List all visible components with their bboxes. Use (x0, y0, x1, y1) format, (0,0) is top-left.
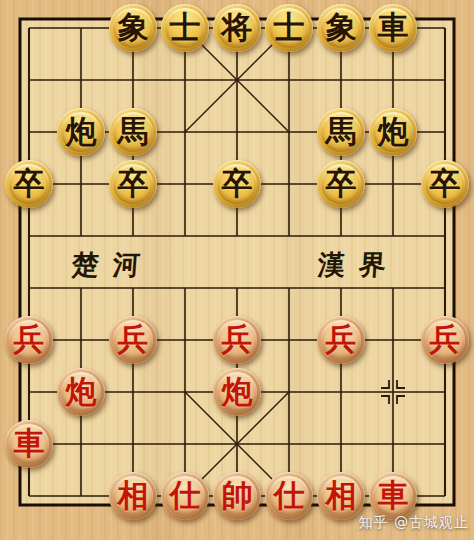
red-chariot[interactable]: 車 (5, 420, 53, 468)
black-soldier[interactable]: 卒 (213, 160, 261, 208)
black-soldier-glyph: 卒 (222, 168, 253, 199)
red-soldier-glyph: 兵 (118, 324, 149, 355)
black-soldier[interactable]: 卒 (317, 160, 365, 208)
black-elephant-glyph: 象 (118, 12, 149, 43)
black-elephant[interactable]: 象 (109, 4, 157, 52)
black-soldier[interactable]: 卒 (109, 160, 157, 208)
black-cannon[interactable]: 炮 (369, 108, 417, 156)
black-elephant[interactable]: 象 (317, 4, 365, 52)
red-cannon[interactable]: 炮 (213, 368, 261, 416)
black-cannon-glyph: 炮 (66, 116, 97, 147)
red-cannon[interactable]: 炮 (57, 368, 105, 416)
black-soldier-glyph: 卒 (430, 168, 461, 199)
black-advisor[interactable]: 士 (265, 4, 313, 52)
red-cannon-glyph: 炮 (222, 376, 253, 407)
red-chariot-glyph: 車 (14, 428, 45, 459)
black-soldier-glyph: 卒 (118, 168, 149, 199)
red-advisor[interactable]: 仕 (161, 472, 209, 520)
red-elephant[interactable]: 相 (317, 472, 365, 520)
red-soldier[interactable]: 兵 (5, 316, 53, 364)
red-soldier[interactable]: 兵 (421, 316, 469, 364)
red-soldier-glyph: 兵 (14, 324, 45, 355)
black-horse[interactable]: 馬 (317, 108, 365, 156)
black-cannon-glyph: 炮 (378, 116, 409, 147)
black-advisor-glyph: 士 (274, 12, 305, 43)
red-cannon-glyph: 炮 (66, 376, 97, 407)
red-advisor[interactable]: 仕 (265, 472, 313, 520)
red-elephant-glyph: 相 (326, 480, 357, 511)
red-soldier[interactable]: 兵 (109, 316, 157, 364)
black-general[interactable]: 将 (213, 4, 261, 52)
watermark: 知乎 @古城观止 (359, 514, 469, 532)
black-chariot-glyph: 車 (378, 12, 409, 43)
black-soldier[interactable]: 卒 (5, 160, 53, 208)
red-soldier-glyph: 兵 (326, 324, 357, 355)
red-chariot-glyph: 車 (378, 480, 409, 511)
red-elephant-glyph: 相 (118, 480, 149, 511)
red-advisor-glyph: 仕 (170, 480, 201, 511)
xiangqi-board: 楚河 漢界 象士将士象車炮馬馬炮卒卒卒卒卒兵兵兵兵兵炮炮車相仕帥仕相車 知乎 @… (0, 0, 474, 540)
black-advisor[interactable]: 士 (161, 4, 209, 52)
black-horse-glyph: 馬 (118, 116, 149, 147)
red-general[interactable]: 帥 (213, 472, 261, 520)
black-general-glyph: 将 (222, 12, 253, 43)
red-soldier[interactable]: 兵 (213, 316, 261, 364)
red-general-glyph: 帥 (222, 480, 253, 511)
black-soldier-glyph: 卒 (326, 168, 357, 199)
red-elephant[interactable]: 相 (109, 472, 157, 520)
red-soldier-glyph: 兵 (430, 324, 461, 355)
black-advisor-glyph: 士 (170, 12, 201, 43)
black-soldier[interactable]: 卒 (421, 160, 469, 208)
red-advisor-glyph: 仕 (274, 480, 305, 511)
black-horse-glyph: 馬 (326, 116, 357, 147)
red-soldier-glyph: 兵 (222, 324, 253, 355)
pieces-layer: 象士将士象車炮馬馬炮卒卒卒卒卒兵兵兵兵兵炮炮車相仕帥仕相車 (3, 2, 471, 522)
red-chariot[interactable]: 車 (369, 472, 417, 520)
black-elephant-glyph: 象 (326, 12, 357, 43)
black-cannon[interactable]: 炮 (57, 108, 105, 156)
black-soldier-glyph: 卒 (14, 168, 45, 199)
red-soldier[interactable]: 兵 (317, 316, 365, 364)
black-horse[interactable]: 馬 (109, 108, 157, 156)
black-chariot[interactable]: 車 (369, 4, 417, 52)
